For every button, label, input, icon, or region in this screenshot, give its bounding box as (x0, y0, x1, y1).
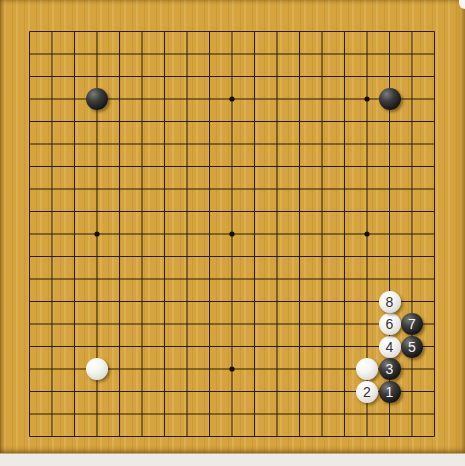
stone-white-move-2[interactable]: 2 (356, 381, 378, 403)
stone-move-number: 7 (408, 317, 416, 331)
star-point (229, 231, 234, 236)
star-point (229, 96, 234, 101)
stone-black-move-1[interactable]: 1 (379, 381, 401, 403)
stone-white-move-8[interactable]: 8 (379, 291, 401, 313)
stone-move-number: 2 (363, 385, 371, 399)
page-bottom-margin (0, 453, 465, 466)
go-board[interactable]: 12345678 (0, 0, 465, 453)
stone-black-move-5[interactable]: 5 (401, 336, 423, 358)
stone-black-move-7[interactable]: 7 (401, 313, 423, 335)
page: 12345678 (0, 0, 465, 466)
stone-move-number: 8 (386, 295, 394, 309)
stone-white-move-6[interactable]: 6 (379, 313, 401, 335)
star-point (229, 366, 234, 371)
stone-move-number: 1 (386, 385, 394, 399)
stone-black[interactable] (86, 88, 108, 110)
star-point (364, 231, 369, 236)
stone-black[interactable] (379, 88, 401, 110)
stone-white-move-4[interactable]: 4 (379, 336, 401, 358)
stone-move-number: 3 (386, 362, 394, 376)
stone-white[interactable] (86, 358, 108, 380)
star-point (364, 96, 369, 101)
stone-move-number: 5 (408, 340, 416, 354)
stone-black-move-3[interactable]: 3 (379, 358, 401, 380)
stone-move-number: 4 (386, 340, 394, 354)
stone-white[interactable] (356, 358, 378, 380)
stone-move-number: 6 (386, 317, 394, 331)
star-point (94, 231, 99, 236)
